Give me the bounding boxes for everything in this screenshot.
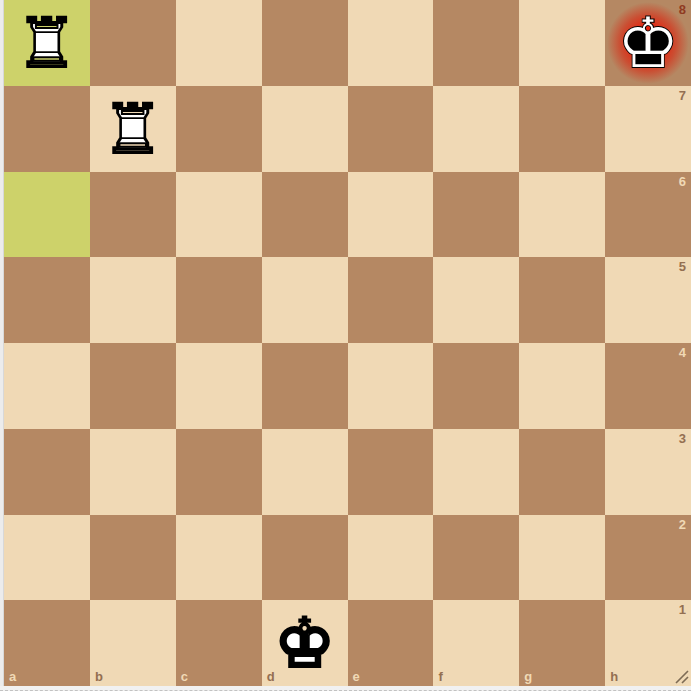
coordinate-file-a: a [9,670,16,683]
square-a3[interactable] [4,429,90,515]
square-a8[interactable]: ♜♖ [4,0,90,86]
square-d4[interactable] [262,343,348,429]
square-a5[interactable] [4,257,90,343]
square-d6[interactable] [262,172,348,258]
square-b2[interactable] [90,515,176,601]
square-h2[interactable]: 2 [605,515,691,601]
coordinate-rank-2: 2 [679,518,686,531]
square-a1[interactable]: a [4,600,90,686]
square-a2[interactable] [4,515,90,601]
square-e7[interactable] [348,86,434,172]
square-d3[interactable] [262,429,348,515]
page-bottom-margin [0,686,691,691]
square-b6[interactable] [90,172,176,258]
black-king-detail-glyph: ♔ [605,8,691,77]
piece-white-king-d1[interactable]: ♚♔ [262,600,348,686]
square-c2[interactable] [176,515,262,601]
square-f2[interactable] [433,515,519,601]
square-g5[interactable] [519,257,605,343]
square-a7[interactable] [4,86,90,172]
square-c6[interactable] [176,172,262,258]
coordinate-file-f: f [438,670,442,683]
square-e1[interactable]: e [348,600,434,686]
square-c7[interactable] [176,86,262,172]
coordinate-file-e: e [353,670,360,683]
square-b7[interactable]: ♜♖ [90,86,176,172]
square-e2[interactable] [348,515,434,601]
square-c8[interactable] [176,0,262,86]
square-f8[interactable] [433,0,519,86]
coordinate-file-h: h [610,670,618,683]
square-c4[interactable] [176,343,262,429]
square-c5[interactable] [176,257,262,343]
square-f6[interactable] [433,172,519,258]
square-d7[interactable] [262,86,348,172]
white-king-detail-glyph: ♔ [262,609,348,678]
square-d5[interactable] [262,257,348,343]
square-h4[interactable]: 4 [605,343,691,429]
square-b1[interactable]: b [90,600,176,686]
square-b8[interactable] [90,0,176,86]
square-g6[interactable] [519,172,605,258]
coordinate-rank-6: 6 [679,175,686,188]
coordinate-file-g: g [524,670,532,683]
piece-black-king-h8[interactable]: ♚♔ [605,0,691,86]
square-g3[interactable] [519,429,605,515]
square-g8[interactable] [519,0,605,86]
square-c1[interactable]: c [176,600,262,686]
square-f5[interactable] [433,257,519,343]
coordinate-rank-7: 7 [679,89,686,102]
piece-white-rook-a8[interactable]: ♜♖ [4,0,90,86]
chess-board[interactable]: ♜♖8♚♔♜♖765432abcd♚♔efg1h [4,0,691,686]
square-h5[interactable]: 5 [605,257,691,343]
square-g2[interactable] [519,515,605,601]
square-f7[interactable] [433,86,519,172]
square-e5[interactable] [348,257,434,343]
square-d1[interactable]: d♚♔ [262,600,348,686]
coordinate-rank-5: 5 [679,260,686,273]
white-rook-detail-glyph: ♖ [4,8,90,77]
piece-white-rook-b7[interactable]: ♜♖ [90,86,176,172]
square-a4[interactable] [4,343,90,429]
coordinate-rank-4: 4 [679,346,686,359]
coordinate-rank-1: 1 [679,603,686,616]
coordinate-file-b: b [95,670,103,683]
square-g1[interactable]: g [519,600,605,686]
square-d8[interactable] [262,0,348,86]
square-e3[interactable] [348,429,434,515]
square-g4[interactable] [519,343,605,429]
square-h8[interactable]: 8♚♔ [605,0,691,86]
square-b4[interactable] [90,343,176,429]
coordinate-file-c: c [181,670,188,683]
square-b3[interactable] [90,429,176,515]
square-a6[interactable] [4,172,90,258]
white-rook-detail-glyph: ♖ [90,94,176,163]
square-f1[interactable]: f [433,600,519,686]
square-c3[interactable] [176,429,262,515]
square-b5[interactable] [90,257,176,343]
board-resize-handle-icon[interactable] [675,670,689,684]
square-g7[interactable] [519,86,605,172]
square-e6[interactable] [348,172,434,258]
square-d2[interactable] [262,515,348,601]
square-h7[interactable]: 7 [605,86,691,172]
square-e4[interactable] [348,343,434,429]
coordinate-rank-3: 3 [679,432,686,445]
square-f3[interactable] [433,429,519,515]
square-f4[interactable] [433,343,519,429]
square-e8[interactable] [348,0,434,86]
square-h3[interactable]: 3 [605,429,691,515]
square-h6[interactable]: 6 [605,172,691,258]
